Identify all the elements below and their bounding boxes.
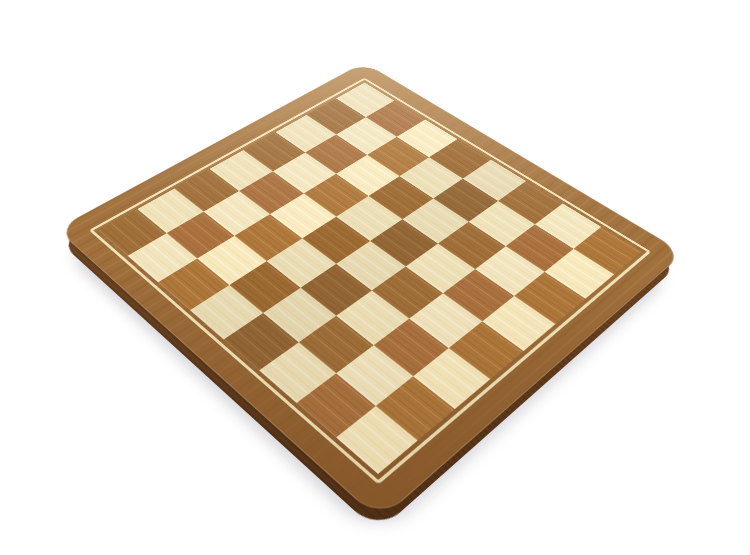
board-field <box>99 83 642 474</box>
photo-background <box>0 0 750 555</box>
scene <box>0 0 750 555</box>
chessboard[interactable] <box>56 62 683 520</box>
camera-roll <box>0 0 750 555</box>
